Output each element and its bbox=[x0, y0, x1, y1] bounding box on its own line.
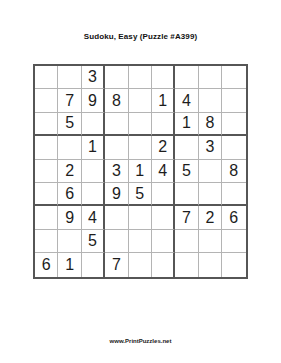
sudoku-cell[interactable] bbox=[129, 206, 152, 229]
sudoku-cell[interactable]: 3 bbox=[82, 66, 105, 89]
sudoku-cell[interactable] bbox=[35, 206, 58, 229]
sudoku-cell[interactable] bbox=[35, 89, 58, 112]
sudoku-cell[interactable] bbox=[175, 230, 198, 253]
sudoku-cell[interactable]: 7 bbox=[105, 253, 128, 276]
sudoku-cell[interactable] bbox=[199, 253, 222, 276]
sudoku-cell[interactable] bbox=[129, 230, 152, 253]
sudoku-cell[interactable] bbox=[129, 113, 152, 136]
sudoku-board: 379814518123231458695947265617 bbox=[33, 64, 248, 279]
print-page: Sudoku, Easy (Puzzle #A399) 379814518123… bbox=[0, 0, 281, 363]
sudoku-cell[interactable]: 2 bbox=[58, 160, 81, 183]
sudoku-cell[interactable] bbox=[82, 113, 105, 136]
sudoku-cell[interactable]: 5 bbox=[58, 113, 81, 136]
sudoku-cell[interactable] bbox=[175, 66, 198, 89]
sudoku-cell[interactable] bbox=[105, 206, 128, 229]
sudoku-cell[interactable] bbox=[35, 136, 58, 159]
sudoku-cell[interactable] bbox=[175, 253, 198, 276]
sudoku-cell[interactable] bbox=[35, 66, 58, 89]
sudoku-cell[interactable]: 7 bbox=[58, 89, 81, 112]
sudoku-cell[interactable] bbox=[199, 66, 222, 89]
sudoku-cell[interactable] bbox=[199, 89, 222, 112]
sudoku-cell[interactable] bbox=[175, 136, 198, 159]
sudoku-grid: 379814518123231458695947265617 bbox=[33, 64, 248, 279]
sudoku-cell[interactable]: 4 bbox=[175, 89, 198, 112]
sudoku-cell[interactable] bbox=[82, 253, 105, 276]
sudoku-cell[interactable] bbox=[222, 113, 245, 136]
sudoku-cell[interactable] bbox=[129, 66, 152, 89]
sudoku-cell[interactable] bbox=[199, 160, 222, 183]
sudoku-cell[interactable] bbox=[129, 136, 152, 159]
page-title: Sudoku, Easy (Puzzle #A399) bbox=[0, 32, 281, 41]
sudoku-cell[interactable] bbox=[58, 66, 81, 89]
sudoku-cell[interactable]: 9 bbox=[105, 183, 128, 206]
sudoku-cell[interactable] bbox=[35, 230, 58, 253]
sudoku-cell[interactable] bbox=[35, 183, 58, 206]
sudoku-cell[interactable] bbox=[152, 253, 175, 276]
sudoku-cell[interactable] bbox=[152, 66, 175, 89]
footer-site-link[interactable]: www.PrintPuzzles.net bbox=[0, 338, 281, 344]
sudoku-cell[interactable]: 1 bbox=[175, 113, 198, 136]
sudoku-cell[interactable]: 2 bbox=[152, 136, 175, 159]
sudoku-cell[interactable] bbox=[222, 183, 245, 206]
sudoku-cell[interactable]: 2 bbox=[199, 206, 222, 229]
sudoku-cell[interactable]: 3 bbox=[105, 160, 128, 183]
sudoku-cell[interactable] bbox=[35, 113, 58, 136]
sudoku-cell[interactable]: 4 bbox=[152, 160, 175, 183]
sudoku-cell[interactable]: 6 bbox=[222, 206, 245, 229]
sudoku-cell[interactable]: 7 bbox=[175, 206, 198, 229]
sudoku-cell[interactable] bbox=[152, 230, 175, 253]
sudoku-cell[interactable] bbox=[222, 230, 245, 253]
sudoku-cell[interactable] bbox=[105, 230, 128, 253]
sudoku-cell[interactable] bbox=[152, 206, 175, 229]
sudoku-cell[interactable] bbox=[199, 230, 222, 253]
sudoku-cell[interactable]: 6 bbox=[58, 183, 81, 206]
sudoku-cell[interactable]: 8 bbox=[105, 89, 128, 112]
sudoku-cell[interactable]: 5 bbox=[129, 183, 152, 206]
sudoku-cell[interactable] bbox=[58, 136, 81, 159]
sudoku-cell[interactable]: 1 bbox=[58, 253, 81, 276]
sudoku-cell[interactable] bbox=[58, 230, 81, 253]
sudoku-cell[interactable]: 6 bbox=[35, 253, 58, 276]
sudoku-cell[interactable] bbox=[82, 160, 105, 183]
sudoku-cell[interactable] bbox=[129, 253, 152, 276]
sudoku-cell[interactable] bbox=[35, 160, 58, 183]
sudoku-cell[interactable]: 5 bbox=[82, 230, 105, 253]
sudoku-cell[interactable] bbox=[222, 253, 245, 276]
sudoku-cell[interactable] bbox=[129, 89, 152, 112]
sudoku-cell[interactable]: 1 bbox=[129, 160, 152, 183]
sudoku-cell[interactable] bbox=[152, 113, 175, 136]
sudoku-cell[interactable] bbox=[105, 113, 128, 136]
sudoku-cell[interactable] bbox=[222, 89, 245, 112]
sudoku-cell[interactable] bbox=[105, 136, 128, 159]
sudoku-cell[interactable]: 4 bbox=[82, 206, 105, 229]
sudoku-cell[interactable] bbox=[82, 183, 105, 206]
sudoku-cell[interactable]: 1 bbox=[152, 89, 175, 112]
sudoku-cell[interactable]: 8 bbox=[199, 113, 222, 136]
sudoku-cell[interactable] bbox=[222, 66, 245, 89]
sudoku-cell[interactable]: 8 bbox=[222, 160, 245, 183]
sudoku-cell[interactable] bbox=[175, 183, 198, 206]
sudoku-cell[interactable]: 9 bbox=[82, 89, 105, 112]
sudoku-cell[interactable] bbox=[105, 66, 128, 89]
sudoku-cell[interactable]: 1 bbox=[82, 136, 105, 159]
sudoku-cell[interactable]: 3 bbox=[199, 136, 222, 159]
sudoku-cell[interactable] bbox=[199, 183, 222, 206]
sudoku-cell[interactable] bbox=[152, 183, 175, 206]
sudoku-cell[interactable]: 9 bbox=[58, 206, 81, 229]
sudoku-cell[interactable] bbox=[222, 136, 245, 159]
sudoku-cell[interactable]: 5 bbox=[175, 160, 198, 183]
